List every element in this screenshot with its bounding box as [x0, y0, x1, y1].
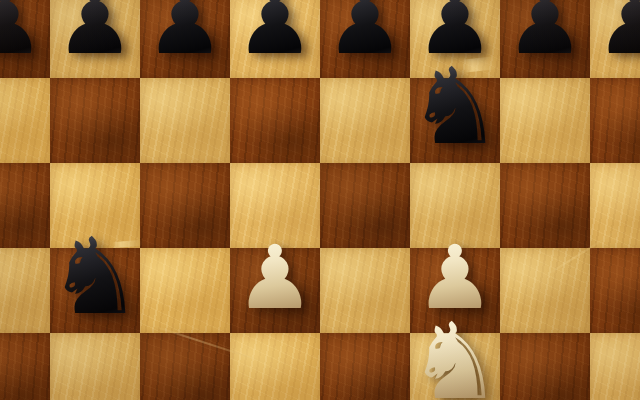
black-pawn-g7[interactable]: ♟ [506, 0, 585, 67]
black-pawn-e7[interactable]: ♟ [326, 0, 405, 67]
black-pawn-a7[interactable]: ♟ [0, 0, 44, 67]
white-knight-f3[interactable]: ♞ [407, 309, 502, 400]
white-pawn-d4[interactable]: ♟ [236, 234, 315, 322]
black-pawn-h7[interactable]: ♟ [596, 0, 640, 67]
black-pawn-c7[interactable]: ♟ [146, 0, 225, 67]
black-knight-b4[interactable]: ♞ [47, 224, 142, 330]
pieces-layer: ♟♟♟♟♟♟♟♟♞♞♟♟♞ [0, 0, 640, 400]
chess-app-screenshot: ♟♟♟♟♟♟♟♟♞♞♟♟♞ [0, 0, 640, 400]
black-pawn-d7[interactable]: ♟ [236, 0, 315, 67]
black-knight-f6[interactable]: ♞ [407, 54, 502, 160]
black-pawn-b7[interactable]: ♟ [56, 0, 135, 67]
